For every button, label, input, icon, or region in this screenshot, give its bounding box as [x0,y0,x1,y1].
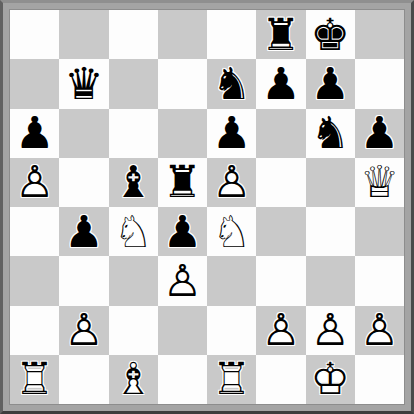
square-g8[interactable]: ♚ [306,10,355,59]
square-c2[interactable] [109,306,158,355]
square-a4[interactable] [10,207,59,256]
square-d5[interactable]: ♜ [158,158,207,207]
piece-black-knight[interactable]: ♞ [207,59,256,108]
square-a8[interactable] [10,10,59,59]
square-c5[interactable]: ♝ [109,158,158,207]
piece-white-pawn[interactable]: ♟♙ [256,306,305,355]
square-h8[interactable] [355,10,404,59]
board-frame: ♜♚♛♞♟♟♟♟♞♟♟♙♝♜♟♙♛♕♟♞♘♟♞♘♟♙♟♙♟♙♟♙♟♙♜♖♝♗♜♖… [0,0,414,414]
square-a7[interactable] [10,59,59,108]
square-b1[interactable] [59,355,108,404]
piece-white-pawn[interactable]: ♟♙ [207,158,256,207]
square-c6[interactable] [109,109,158,158]
square-c7[interactable] [109,59,158,108]
square-h6[interactable]: ♟ [355,109,404,158]
square-b7[interactable]: ♛ [59,59,108,108]
square-b4[interactable]: ♟ [59,207,108,256]
piece-white-pawn[interactable]: ♟♙ [158,256,207,305]
piece-white-bishop[interactable]: ♝♗ [109,355,158,404]
square-a1[interactable]: ♜♖ [10,355,59,404]
piece-white-queen[interactable]: ♛♕ [355,158,404,207]
square-b5[interactable] [59,158,108,207]
piece-white-king[interactable]: ♚♔ [306,355,355,404]
square-g2[interactable]: ♟♙ [306,306,355,355]
piece-black-pawn[interactable]: ♟ [10,109,59,158]
square-h3[interactable] [355,256,404,305]
square-e4[interactable]: ♞♘ [207,207,256,256]
square-d6[interactable] [158,109,207,158]
square-f6[interactable] [256,109,305,158]
square-g3[interactable] [306,256,355,305]
square-a5[interactable]: ♟♙ [10,158,59,207]
square-c8[interactable] [109,10,158,59]
piece-black-rook[interactable]: ♜ [256,10,305,59]
square-d3[interactable]: ♟♙ [158,256,207,305]
piece-black-king[interactable]: ♚ [306,10,355,59]
piece-black-pawn[interactable]: ♟ [207,109,256,158]
square-g5[interactable] [306,158,355,207]
square-e5[interactable]: ♟♙ [207,158,256,207]
square-f3[interactable] [256,256,305,305]
square-d1[interactable] [158,355,207,404]
square-f1[interactable] [256,355,305,404]
square-f2[interactable]: ♟♙ [256,306,305,355]
piece-white-knight[interactable]: ♞♘ [109,207,158,256]
square-e3[interactable] [207,256,256,305]
square-d2[interactable] [158,306,207,355]
square-e8[interactable] [207,10,256,59]
piece-white-rook[interactable]: ♜♖ [207,355,256,404]
square-f5[interactable] [256,158,305,207]
piece-white-pawn[interactable]: ♟♙ [59,306,108,355]
piece-white-pawn[interactable]: ♟♙ [355,306,404,355]
piece-white-pawn[interactable]: ♟♙ [306,306,355,355]
piece-black-bishop[interactable]: ♝ [109,158,158,207]
square-f4[interactable] [256,207,305,256]
square-g6[interactable]: ♞ [306,109,355,158]
square-c3[interactable] [109,256,158,305]
piece-black-rook[interactable]: ♜ [158,158,207,207]
square-e1[interactable]: ♜♖ [207,355,256,404]
square-g1[interactable]: ♚♔ [306,355,355,404]
square-d4[interactable]: ♟ [158,207,207,256]
square-h4[interactable] [355,207,404,256]
piece-black-pawn[interactable]: ♟ [355,109,404,158]
square-e6[interactable]: ♟ [207,109,256,158]
piece-black-pawn[interactable]: ♟ [158,207,207,256]
piece-white-pawn[interactable]: ♟♙ [10,158,59,207]
square-a3[interactable] [10,256,59,305]
square-d7[interactable] [158,59,207,108]
square-g7[interactable]: ♟ [306,59,355,108]
square-h1[interactable] [355,355,404,404]
square-f8[interactable]: ♜ [256,10,305,59]
piece-black-pawn[interactable]: ♟ [59,207,108,256]
square-b2[interactable]: ♟♙ [59,306,108,355]
square-h5[interactable]: ♛♕ [355,158,404,207]
square-b8[interactable] [59,10,108,59]
square-h7[interactable] [355,59,404,108]
piece-black-pawn[interactable]: ♟ [306,59,355,108]
square-b3[interactable] [59,256,108,305]
square-a2[interactable] [10,306,59,355]
square-c4[interactable]: ♞♘ [109,207,158,256]
square-c1[interactable]: ♝♗ [109,355,158,404]
square-g4[interactable] [306,207,355,256]
square-e2[interactable] [207,306,256,355]
square-h2[interactable]: ♟♙ [355,306,404,355]
square-a6[interactable]: ♟ [10,109,59,158]
piece-white-rook[interactable]: ♜♖ [10,355,59,404]
piece-white-knight[interactable]: ♞♘ [207,207,256,256]
square-b6[interactable] [59,109,108,158]
chess-board: ♜♚♛♞♟♟♟♟♞♟♟♙♝♜♟♙♛♕♟♞♘♟♞♘♟♙♟♙♟♙♟♙♟♙♜♖♝♗♜♖… [9,9,405,405]
square-e7[interactable]: ♞ [207,59,256,108]
piece-black-pawn[interactable]: ♟ [256,59,305,108]
piece-black-queen[interactable]: ♛ [59,59,108,108]
piece-black-knight[interactable]: ♞ [306,109,355,158]
square-f7[interactable]: ♟ [256,59,305,108]
square-d8[interactable] [158,10,207,59]
